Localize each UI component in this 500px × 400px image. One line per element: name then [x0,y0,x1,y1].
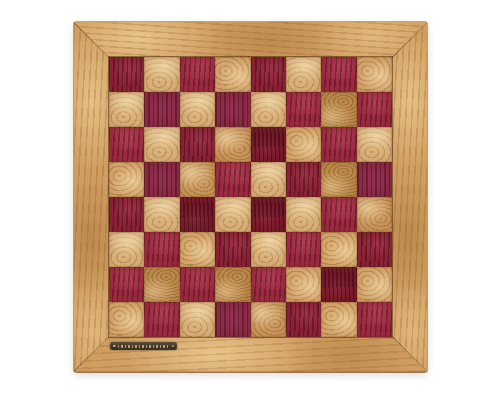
square-a5[interactable] [109,162,144,197]
square-f2[interactable] [286,267,321,302]
square-d2[interactable] [215,267,250,302]
square-f7[interactable] [286,92,321,127]
square-b6[interactable] [144,127,179,162]
square-g6[interactable] [321,127,356,162]
square-f6[interactable] [286,127,321,162]
square-c6[interactable] [180,127,215,162]
board-frame-right [392,22,427,372]
board-frame-left [74,22,109,372]
square-f1[interactable] [286,302,321,337]
square-e4[interactable] [251,197,286,232]
board-grid [109,57,392,337]
square-g4[interactable] [321,197,356,232]
square-b2[interactable] [144,267,179,302]
square-f8[interactable] [286,57,321,92]
square-e1[interactable] [251,302,286,337]
square-e5[interactable] [251,162,286,197]
square-d3[interactable] [215,232,250,267]
square-g3[interactable] [321,232,356,267]
square-d5[interactable] [215,162,250,197]
square-b4[interactable] [144,197,179,232]
square-f5[interactable] [286,162,321,197]
square-d8[interactable] [215,57,250,92]
square-e8[interactable] [251,57,286,92]
photo-canvas [0,0,500,400]
screw-icon [172,345,175,348]
square-c5[interactable] [180,162,215,197]
screw-icon [113,345,116,348]
square-a6[interactable] [109,127,144,162]
square-h7[interactable] [357,92,392,127]
board-frame-top [74,22,427,57]
square-h4[interactable] [357,197,392,232]
square-a7[interactable] [109,92,144,127]
square-h6[interactable] [357,127,392,162]
square-c8[interactable] [180,57,215,92]
square-d1[interactable] [215,302,250,337]
square-h2[interactable] [357,267,392,302]
square-d4[interactable] [215,197,250,232]
square-a1[interactable] [109,302,144,337]
square-e6[interactable] [251,127,286,162]
square-e2[interactable] [251,267,286,302]
plaque-engraving [118,345,170,348]
square-h3[interactable] [357,232,392,267]
square-d7[interactable] [215,92,250,127]
square-h8[interactable] [357,57,392,92]
square-e3[interactable] [251,232,286,267]
square-c3[interactable] [180,232,215,267]
square-c2[interactable] [180,267,215,302]
brand-plaque [110,342,177,350]
square-f3[interactable] [286,232,321,267]
square-e7[interactable] [251,92,286,127]
square-d6[interactable] [215,127,250,162]
square-a2[interactable] [109,267,144,302]
square-c4[interactable] [180,197,215,232]
square-b8[interactable] [144,57,179,92]
square-b1[interactable] [144,302,179,337]
square-g1[interactable] [321,302,356,337]
square-g8[interactable] [321,57,356,92]
chess-board [74,22,427,372]
square-b5[interactable] [144,162,179,197]
square-a8[interactable] [109,57,144,92]
square-g2[interactable] [321,267,356,302]
square-f4[interactable] [286,197,321,232]
square-h1[interactable] [357,302,392,337]
square-c1[interactable] [180,302,215,337]
square-c7[interactable] [180,92,215,127]
square-h5[interactable] [357,162,392,197]
square-b7[interactable] [144,92,179,127]
square-b3[interactable] [144,232,179,267]
square-g5[interactable] [321,162,356,197]
square-a4[interactable] [109,197,144,232]
square-a3[interactable] [109,232,144,267]
square-g7[interactable] [321,92,356,127]
